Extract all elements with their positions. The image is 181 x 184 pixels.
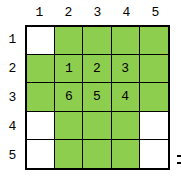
col-label-5: 5 <box>141 0 170 25</box>
cell-r5c5[interactable] <box>140 140 168 168</box>
cell-r1c3[interactable] <box>83 27 111 55</box>
cell-r2c1[interactable] <box>27 55 55 83</box>
cell-r3c2[interactable]: 6 <box>55 83 83 111</box>
col-label-4: 4 <box>112 0 141 25</box>
row-label-4: 4 <box>0 112 25 141</box>
col-label-1: 1 <box>25 0 54 25</box>
cell-r3c5[interactable] <box>140 83 168 111</box>
cell-r1c1[interactable] <box>27 27 55 55</box>
cell-r2c5[interactable] <box>140 55 168 83</box>
cell-r1c5[interactable] <box>140 27 168 55</box>
col-label-2: 2 <box>54 0 83 25</box>
cell-r5c4[interactable] <box>112 140 140 168</box>
cell-r3c3[interactable]: 5 <box>83 83 111 111</box>
cell-r4c5[interactable] <box>140 112 168 140</box>
cell-r2c4[interactable]: 3 <box>112 55 140 83</box>
row-label-5: 5 <box>0 141 25 170</box>
cell-r4c2[interactable] <box>55 112 83 140</box>
puzzle-board: 123654 <box>25 25 170 170</box>
cell-r1c4[interactable] <box>112 27 140 55</box>
cell-r5c2[interactable] <box>55 140 83 168</box>
puzzle-stage: 12345 12345 123654 <box>0 0 181 184</box>
cell-r2c3[interactable]: 2 <box>83 55 111 83</box>
cell-r3c1[interactable] <box>27 83 55 111</box>
cell-r1c2[interactable] <box>55 27 83 55</box>
row-label-2: 2 <box>0 54 25 83</box>
cell-r4c4[interactable] <box>112 112 140 140</box>
cell-r5c1[interactable] <box>27 140 55 168</box>
cropped-glyph-artifact <box>177 162 181 164</box>
cell-r3c4[interactable]: 4 <box>112 83 140 111</box>
cropped-glyph-artifact <box>177 155 181 157</box>
row-label-3: 3 <box>0 83 25 112</box>
cell-r4c3[interactable] <box>83 112 111 140</box>
row-label-1: 1 <box>0 25 25 54</box>
cell-r4c1[interactable] <box>27 112 55 140</box>
col-label-3: 3 <box>83 0 112 25</box>
cell-r2c2[interactable]: 1 <box>55 55 83 83</box>
cell-r5c3[interactable] <box>83 140 111 168</box>
